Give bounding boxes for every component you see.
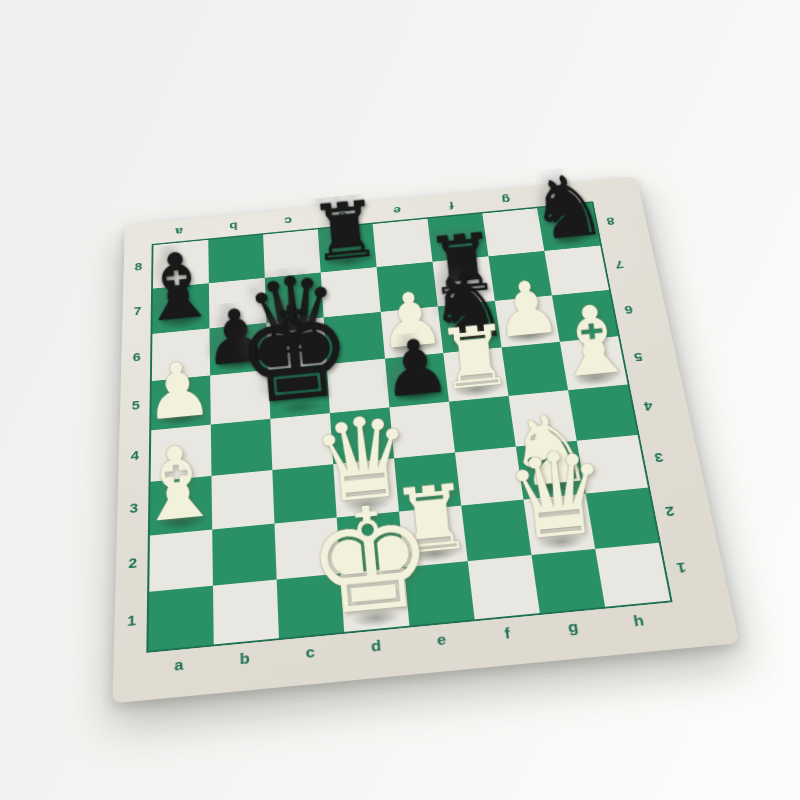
file-label-top-a: a	[152, 222, 207, 240]
square-c2	[274, 518, 340, 580]
square-f6	[438, 301, 502, 353]
square-e4	[389, 402, 455, 459]
rank-label-right-6: 6	[614, 286, 643, 334]
square-b6	[209, 323, 268, 376]
square-d4	[330, 407, 394, 464]
rank-label-left-6: 6	[127, 333, 147, 382]
board-scene: ♜♞♝♜♟♛♟♞♟♟♚♟♜♝♝♛♞♜♛♚ aabbccddeeffgghh887…	[92, 107, 709, 719]
square-a5	[151, 375, 211, 430]
rank-label-left-7: 7	[128, 288, 148, 335]
square-c1	[277, 573, 345, 638]
chess-board	[146, 201, 673, 653]
file-label-top-f: f	[424, 196, 480, 214]
rank-label-left-4: 4	[124, 429, 145, 482]
square-b4	[211, 419, 273, 476]
file-label-bottom-e: e	[408, 628, 476, 652]
square-f1	[468, 555, 540, 619]
square-h6	[552, 290, 618, 342]
rank-label-left-8: 8	[129, 244, 148, 289]
square-f8	[427, 213, 488, 261]
file-label-bottom-f: f	[473, 621, 541, 645]
square-e1	[404, 561, 475, 626]
square-a3	[150, 476, 212, 536]
square-c7	[265, 272, 324, 322]
square-e6	[381, 306, 444, 358]
square-e5	[385, 353, 449, 407]
rank-label-right-8: 8	[597, 199, 624, 243]
file-label-top-c: c	[261, 212, 316, 230]
rank-label-left-2: 2	[122, 534, 144, 592]
square-b2	[212, 524, 276, 586]
square-h8	[537, 203, 600, 251]
square-d6	[324, 312, 385, 364]
square-h1	[595, 543, 670, 607]
rank-label-right-5: 5	[624, 332, 653, 382]
photo-backdrop: ♜♞♝♜♟♛♟♞♟♟♚♟♜♝♝♛♞♜♛♚ aabbccddeeffgghh887…	[0, 0, 800, 800]
square-e2	[399, 506, 468, 568]
square-e7	[377, 262, 438, 312]
square-d2	[337, 512, 404, 574]
square-h5	[560, 336, 628, 390]
square-d7	[321, 267, 381, 317]
square-b5	[210, 370, 270, 425]
file-label-bottom-h: h	[604, 609, 673, 633]
file-label-bottom-d: d	[343, 634, 410, 659]
square-b1	[213, 580, 279, 645]
square-g7	[488, 251, 552, 301]
file-label-top-h: h	[532, 186, 589, 204]
square-f7	[433, 256, 495, 306]
square-c8	[263, 229, 321, 278]
square-e3	[394, 452, 461, 511]
square-f4	[449, 396, 516, 453]
square-g2	[523, 494, 595, 555]
square-h4	[568, 384, 637, 440]
chess-mat: ♜♞♝♜♟♛♟♞♟♟♚♟♜♝♝♛♞♜♛♚ aabbccddeeffgghh887…	[112, 176, 739, 703]
square-a1	[149, 586, 214, 651]
rank-label-left-5: 5	[125, 380, 146, 431]
square-a7	[152, 283, 209, 334]
square-a2	[149, 530, 213, 592]
square-h3	[577, 435, 648, 494]
square-c3	[272, 464, 336, 523]
square-b3	[211, 470, 274, 530]
square-b8	[208, 235, 264, 284]
rank-label-left-3: 3	[123, 481, 145, 537]
square-c6	[267, 317, 327, 369]
file-label-bottom-a: a	[146, 653, 212, 678]
square-c5	[268, 364, 329, 419]
square-h2	[586, 488, 659, 549]
file-label-top-e: e	[369, 202, 425, 220]
file-label-bottom-c: c	[277, 640, 344, 665]
square-d5	[327, 359, 390, 413]
square-a8	[153, 240, 209, 289]
square-a4	[151, 425, 212, 482]
square-g4	[509, 390, 577, 446]
square-d1	[340, 567, 409, 632]
square-g6	[495, 295, 560, 347]
square-d8	[318, 224, 377, 272]
rank-label-right-7: 7	[606, 242, 634, 288]
file-label-top-d: d	[315, 207, 370, 225]
square-f3	[455, 447, 524, 506]
square-d3	[333, 458, 399, 517]
square-g8	[482, 208, 544, 256]
square-g5	[502, 342, 569, 396]
square-g3	[516, 441, 586, 500]
file-label-top-g: g	[478, 191, 534, 209]
square-h7	[544, 246, 609, 296]
square-g1	[531, 549, 605, 613]
file-label-bottom-b: b	[212, 646, 278, 671]
file-label-top-b: b	[206, 217, 261, 235]
square-c4	[270, 413, 333, 470]
square-f2	[461, 500, 531, 562]
square-e8	[373, 219, 433, 267]
square-a6	[152, 328, 210, 381]
file-label-bottom-g: g	[539, 615, 607, 639]
rank-label-left-1: 1	[120, 591, 143, 652]
square-f5	[443, 347, 508, 401]
square-b7	[209, 278, 267, 329]
